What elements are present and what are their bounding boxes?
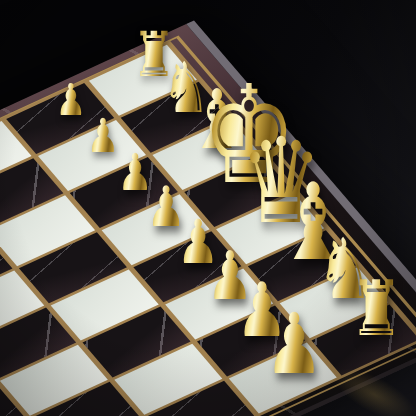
chess-board	[0, 21, 416, 416]
gold-trim-line	[0, 35, 416, 416]
board-grid	[0, 40, 416, 416]
chess-photo-scene: ♜♞♝♛♚♝♞♜♟♟♟♟♟♟♟♟	[0, 0, 416, 416]
